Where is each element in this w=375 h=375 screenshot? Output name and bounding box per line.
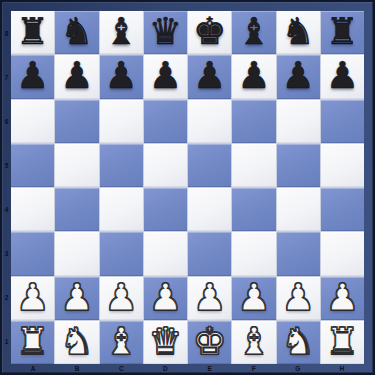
square-h6[interactable] [321, 100, 364, 143]
square-c8[interactable]: ♝ [100, 11, 143, 54]
square-e3[interactable] [188, 232, 231, 275]
piece-black-queen-d8[interactable]: ♛ [149, 13, 182, 50]
piece-black-pawn-c7[interactable]: ♟ [105, 57, 138, 94]
square-c3[interactable] [100, 232, 143, 275]
piece-white-pawn-c2[interactable]: ♟ [105, 279, 138, 316]
square-d3[interactable] [144, 232, 187, 275]
file-label-e: E [188, 364, 232, 373]
square-f5[interactable] [232, 144, 275, 187]
square-c5[interactable] [100, 144, 143, 187]
square-e4[interactable] [188, 188, 231, 231]
piece-white-pawn-e2[interactable]: ♟ [193, 279, 226, 316]
square-g1[interactable]: ♞ [277, 321, 320, 364]
square-f3[interactable] [232, 232, 275, 275]
square-f2[interactable]: ♟ [232, 277, 275, 320]
square-c6[interactable] [100, 100, 143, 143]
piece-black-pawn-e7[interactable]: ♟ [193, 57, 226, 94]
square-f4[interactable] [232, 188, 275, 231]
rank-label-7: 7 [2, 55, 11, 99]
rank-label-1: 1 [2, 320, 11, 364]
square-e6[interactable] [188, 100, 231, 143]
square-d6[interactable] [144, 100, 187, 143]
chessboard-frame: ♜♞♝♛♚♝♞♜♟♟♟♟♟♟♟♟♟♟♟♟♟♟♟♟♜♞♝♛♚♝♞♜ 8765432… [0, 0, 375, 375]
piece-white-queen-d1[interactable]: ♛ [149, 323, 182, 360]
chessboard: ♜♞♝♛♚♝♞♜♟♟♟♟♟♟♟♟♟♟♟♟♟♟♟♟♜♞♝♛♚♝♞♜ [11, 11, 364, 364]
rank-label-2: 2 [2, 276, 11, 320]
square-d1[interactable]: ♛ [144, 321, 187, 364]
square-d5[interactable] [144, 144, 187, 187]
piece-black-pawn-b7[interactable]: ♟ [60, 57, 93, 94]
rank-label-8: 8 [2, 11, 11, 55]
piece-white-pawn-d2[interactable]: ♟ [149, 279, 182, 316]
square-h2[interactable]: ♟ [321, 277, 364, 320]
square-f8[interactable]: ♝ [232, 11, 275, 54]
square-b4[interactable] [55, 188, 98, 231]
file-label-c: C [99, 364, 143, 373]
piece-white-knight-g1[interactable]: ♞ [282, 323, 315, 360]
square-g8[interactable]: ♞ [277, 11, 320, 54]
square-b2[interactable]: ♟ [55, 277, 98, 320]
square-e8[interactable]: ♚ [188, 11, 231, 54]
square-b7[interactable]: ♟ [55, 55, 98, 98]
file-label-g: G [276, 364, 320, 373]
piece-black-pawn-d7[interactable]: ♟ [149, 57, 182, 94]
piece-black-pawn-g7[interactable]: ♟ [282, 57, 315, 94]
file-coordinates: ABCDEFGH [11, 364, 364, 373]
piece-white-pawn-h2[interactable]: ♟ [326, 279, 359, 316]
board-border: ♜♞♝♛♚♝♞♜♟♟♟♟♟♟♟♟♟♟♟♟♟♟♟♟♜♞♝♛♚♝♞♜ 8765432… [2, 2, 373, 373]
square-b1[interactable]: ♞ [55, 321, 98, 364]
file-label-h: H [320, 364, 364, 373]
piece-black-bishop-c8[interactable]: ♝ [105, 13, 138, 50]
square-d7[interactable]: ♟ [144, 55, 187, 98]
piece-black-pawn-f7[interactable]: ♟ [237, 57, 270, 94]
square-d4[interactable] [144, 188, 187, 231]
square-e1[interactable]: ♚ [188, 321, 231, 364]
file-label-b: B [55, 364, 99, 373]
square-h7[interactable]: ♟ [321, 55, 364, 98]
piece-white-knight-b1[interactable]: ♞ [60, 323, 93, 360]
piece-white-bishop-c1[interactable]: ♝ [105, 323, 138, 360]
piece-black-bishop-f8[interactable]: ♝ [237, 13, 270, 50]
square-a8[interactable]: ♜ [11, 11, 54, 54]
square-a4[interactable] [11, 188, 54, 231]
square-g4[interactable] [277, 188, 320, 231]
square-a6[interactable] [11, 100, 54, 143]
square-c1[interactable]: ♝ [100, 321, 143, 364]
square-b3[interactable] [55, 232, 98, 275]
piece-black-pawn-a7[interactable]: ♟ [16, 57, 49, 94]
square-h5[interactable] [321, 144, 364, 187]
file-label-f: F [232, 364, 276, 373]
piece-white-rook-a1[interactable]: ♜ [16, 323, 49, 360]
square-g5[interactable] [277, 144, 320, 187]
square-e5[interactable] [188, 144, 231, 187]
square-h3[interactable] [321, 232, 364, 275]
square-f6[interactable] [232, 100, 275, 143]
square-g2[interactable]: ♟ [277, 277, 320, 320]
square-c2[interactable]: ♟ [100, 277, 143, 320]
square-d2[interactable]: ♟ [144, 277, 187, 320]
rank-label-3: 3 [2, 232, 11, 276]
square-a7[interactable]: ♟ [11, 55, 54, 98]
square-e2[interactable]: ♟ [188, 277, 231, 320]
piece-white-king-e1[interactable]: ♚ [193, 323, 226, 360]
square-a2[interactable]: ♟ [11, 277, 54, 320]
piece-white-rook-h1[interactable]: ♜ [326, 323, 359, 360]
piece-black-pawn-h7[interactable]: ♟ [326, 57, 359, 94]
rank-coordinates: 87654321 [2, 11, 11, 364]
square-f1[interactable]: ♝ [232, 321, 275, 364]
square-b8[interactable]: ♞ [55, 11, 98, 54]
square-c7[interactable]: ♟ [100, 55, 143, 98]
square-c4[interactable] [100, 188, 143, 231]
piece-black-king-e8[interactable]: ♚ [193, 13, 226, 50]
square-g3[interactable] [277, 232, 320, 275]
file-label-a: A [11, 364, 55, 373]
piece-black-knight-g8[interactable]: ♞ [282, 13, 315, 50]
piece-white-pawn-g2[interactable]: ♟ [282, 279, 315, 316]
piece-white-pawn-b2[interactable]: ♟ [60, 279, 93, 316]
piece-black-rook-h8[interactable]: ♜ [326, 13, 359, 50]
piece-black-knight-b8[interactable]: ♞ [60, 13, 93, 50]
square-f7[interactable]: ♟ [232, 55, 275, 98]
square-a3[interactable] [11, 232, 54, 275]
square-a5[interactable] [11, 144, 54, 187]
piece-black-rook-a8[interactable]: ♜ [16, 13, 49, 50]
square-e7[interactable]: ♟ [188, 55, 231, 98]
file-label-d: D [143, 364, 187, 373]
piece-white-pawn-a2[interactable]: ♟ [16, 279, 49, 316]
square-a1[interactable]: ♜ [11, 321, 54, 364]
square-d8[interactable]: ♛ [144, 11, 187, 54]
piece-white-pawn-f2[interactable]: ♟ [237, 279, 270, 316]
square-h4[interactable] [321, 188, 364, 231]
square-g6[interactable] [277, 100, 320, 143]
square-b6[interactable] [55, 100, 98, 143]
square-g7[interactable]: ♟ [277, 55, 320, 98]
square-b5[interactable] [55, 144, 98, 187]
piece-white-bishop-f1[interactable]: ♝ [237, 323, 270, 360]
square-h8[interactable]: ♜ [321, 11, 364, 54]
rank-label-4: 4 [2, 188, 11, 232]
rank-label-6: 6 [2, 99, 11, 143]
square-h1[interactable]: ♜ [321, 321, 364, 364]
rank-label-5: 5 [2, 143, 11, 187]
